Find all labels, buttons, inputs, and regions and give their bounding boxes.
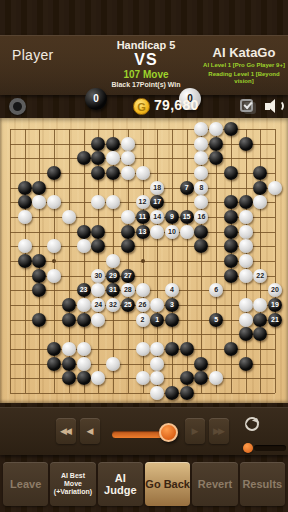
vs-label: VS [104,51,188,69]
black-stone [224,225,238,239]
black-stone [62,298,76,312]
black-stone [165,386,179,400]
black-stone [224,195,238,209]
black-stone [91,151,105,165]
white-stone [253,298,267,312]
white-stone [136,283,150,297]
white-stone [209,371,223,385]
black-stone [165,313,179,327]
black-stone [224,254,238,268]
move-numbered-stone: 28 [121,283,135,297]
black-stone [62,371,76,385]
white-stone [77,298,91,312]
move-numbered-stone: 17 [150,195,164,209]
eye-icon[interactable] [9,98,26,115]
white-stone [121,166,135,180]
white-stone [47,239,61,253]
move-numbered-stone: 3 [165,298,179,312]
white-stone [136,371,150,385]
results-button[interactable]: Results [240,462,285,506]
black-stone [77,225,91,239]
black-stone [253,327,267,341]
black-stone [18,254,32,268]
white-stone [194,122,208,136]
white-stone [150,386,164,400]
black-stone [180,342,194,356]
black-stone [32,313,46,327]
coin-amount: 79,680 [154,97,199,113]
black-stone [253,181,267,195]
black-stone [47,357,61,371]
black-stone [224,166,238,180]
white-stone [239,298,253,312]
white-stone [62,342,76,356]
white-stone [106,195,120,209]
handicap-label: Handicap 5 [104,39,188,51]
rewind-button[interactable]: ◀◀ [56,418,76,444]
move-numbered-stone: 16 [194,210,208,224]
grid-line-h [10,393,275,394]
move-numbered-stone: 20 [268,283,282,297]
move-numbered-stone: 12 [136,195,150,209]
black-stone [18,195,32,209]
refresh-icon[interactable] [245,417,259,431]
move-numbered-stone: 10 [165,225,179,239]
black-stone [194,371,208,385]
grid-line-h [10,334,275,335]
status-icons-row: G 79,680 [0,95,288,118]
white-stone [253,195,267,209]
black-stone [18,181,32,195]
secondary-slider-track[interactable] [254,445,286,451]
go-back-button[interactable]: Go Back [145,462,190,506]
black-stone [106,166,120,180]
black-stone [180,386,194,400]
black-stone [224,342,238,356]
black-stone [32,269,46,283]
ai-level-label: AI Level 1 [Pro Go Player 9+] [202,62,286,69]
star-point [141,259,145,263]
white-stone [62,210,76,224]
white-stone [106,357,120,371]
white-stone [194,137,208,151]
grid-line-v [216,129,217,393]
white-stone [32,195,46,209]
reading-level-label: Reading Level 1 [Beyond vision] [202,71,286,85]
move-numbered-stone: 19 [268,298,282,312]
move-numbered-stone: 21 [268,313,282,327]
white-stone [150,342,164,356]
move-numbered-stone: 24 [91,298,105,312]
move-numbered-stone: 22 [253,269,267,283]
white-stone [121,137,135,151]
black-stone [239,327,253,341]
move-numbered-stone: 11 [136,210,150,224]
black-stone [224,269,238,283]
black-stone [91,137,105,151]
black-stone [194,357,208,371]
move-numbered-stone: 1 [150,313,164,327]
move-numbered-stone: 9 [165,210,179,224]
white-stone [150,371,164,385]
white-stone [106,254,120,268]
black-stone [91,166,105,180]
fast-forward-button[interactable]: ▶▶ [209,418,229,444]
checkbox-icon[interactable] [240,99,253,112]
speaker-icon[interactable] [265,99,283,114]
white-stone [150,298,164,312]
black-stone [62,313,76,327]
black-stone [47,342,61,356]
white-stone [91,371,105,385]
black-stone [239,357,253,371]
move-numbered-stone: 15 [180,210,194,224]
white-stone [239,239,253,253]
revert-button[interactable]: Revert [192,462,237,506]
white-stone [77,342,91,356]
ai-best-move-button[interactable]: AI Best Move (+Variation) [50,462,95,506]
coin-icon: G [133,98,150,115]
move-numbered-stone: 5 [209,313,223,327]
move-slider-knob[interactable] [159,423,178,442]
move-numbered-stone: 14 [150,210,164,224]
move-numbered-stone: 4 [165,283,179,297]
move-numbered-stone: 31 [106,283,120,297]
white-stone [136,166,150,180]
white-stone [194,151,208,165]
step-forward-button[interactable]: ▶ [185,418,205,444]
black-stone [77,371,91,385]
action-button-row: Leave AI Best Move (+Variation) AI Judge… [0,462,288,506]
move-numbered-stone: 29 [106,269,120,283]
black-stone [32,254,46,268]
white-stone [239,225,253,239]
move-numbered-stone: 32 [106,298,120,312]
result-status-label: Black 17Point(s) Win [94,81,198,88]
black-stone [121,225,135,239]
game-header: Player 0 0 Handicap 5 VS 107 Move Black … [0,35,288,95]
white-stone [77,239,91,253]
black-stone [121,239,135,253]
black-stone [209,137,223,151]
white-stone [18,210,32,224]
top-wood-strip [0,0,288,35]
move-numbered-stone: 23 [77,283,91,297]
black-stone [106,137,120,151]
white-stone [18,239,32,253]
black-stone [77,313,91,327]
app-root: Player 0 0 Handicap 5 VS 107 Move Black … [0,0,288,512]
white-stone [121,210,135,224]
white-stone [209,122,223,136]
white-stone [150,225,164,239]
secondary-slider-knob[interactable] [243,443,253,453]
move-numbered-stone: 26 [136,298,150,312]
move-numbered-stone: 7 [180,181,194,195]
black-stone [77,151,91,165]
black-stone [194,239,208,253]
move-numbered-stone: 13 [136,225,150,239]
step-back-button[interactable]: ◀ [80,418,100,444]
black-stone [165,342,179,356]
white-stone [136,342,150,356]
move-numbered-stone: 18 [150,181,164,195]
grid-line-v [275,129,276,393]
white-stone [239,313,253,327]
move-numbered-stone: 8 [194,181,208,195]
leave-button[interactable]: Leave [3,462,48,506]
move-numbered-stone: 30 [91,269,105,283]
opponent-block: AI KataGo AI Level 1 [Pro Go Player 9+] … [202,45,286,85]
black-stone [209,151,223,165]
black-stone [239,137,253,151]
ai-judge-button[interactable]: AI Judge [98,462,143,506]
opponent-name: AI KataGo [202,45,286,60]
white-stone [47,195,61,209]
black-stone [194,225,208,239]
black-stone [32,181,46,195]
white-stone [91,195,105,209]
white-stone [180,225,194,239]
black-stone [47,166,61,180]
white-stone [121,151,135,165]
black-stone [224,122,238,136]
white-stone [194,195,208,209]
black-stone [91,225,105,239]
white-stone [194,166,208,180]
white-stone [150,357,164,371]
white-stone [106,151,120,165]
move-numbered-stone: 27 [121,269,135,283]
black-stone [239,195,253,209]
black-stone [253,313,267,327]
white-stone [268,181,282,195]
star-point [52,259,56,263]
black-stone [180,371,194,385]
white-stone [47,269,61,283]
black-stone [62,357,76,371]
white-stone [77,357,91,371]
goban[interactable]: 1878121711149151613103029272223312846202… [0,118,288,403]
white-stone [239,210,253,224]
move-numbered-stone: 6 [209,283,223,297]
move-numbered-stone: 2 [136,313,150,327]
black-stone [32,283,46,297]
white-stone [91,283,105,297]
black-stone [253,166,267,180]
move-numbered-stone: 25 [121,298,135,312]
white-stone [239,269,253,283]
black-stone [91,239,105,253]
black-stone [224,239,238,253]
move-count-label: 107 Move [104,69,188,80]
white-stone [239,254,253,268]
black-stone [224,210,238,224]
player-name: Player [12,47,53,63]
playback-panel: ◀◀ ◀ ▶ ▶▶ [0,407,288,455]
white-stone [91,313,105,327]
